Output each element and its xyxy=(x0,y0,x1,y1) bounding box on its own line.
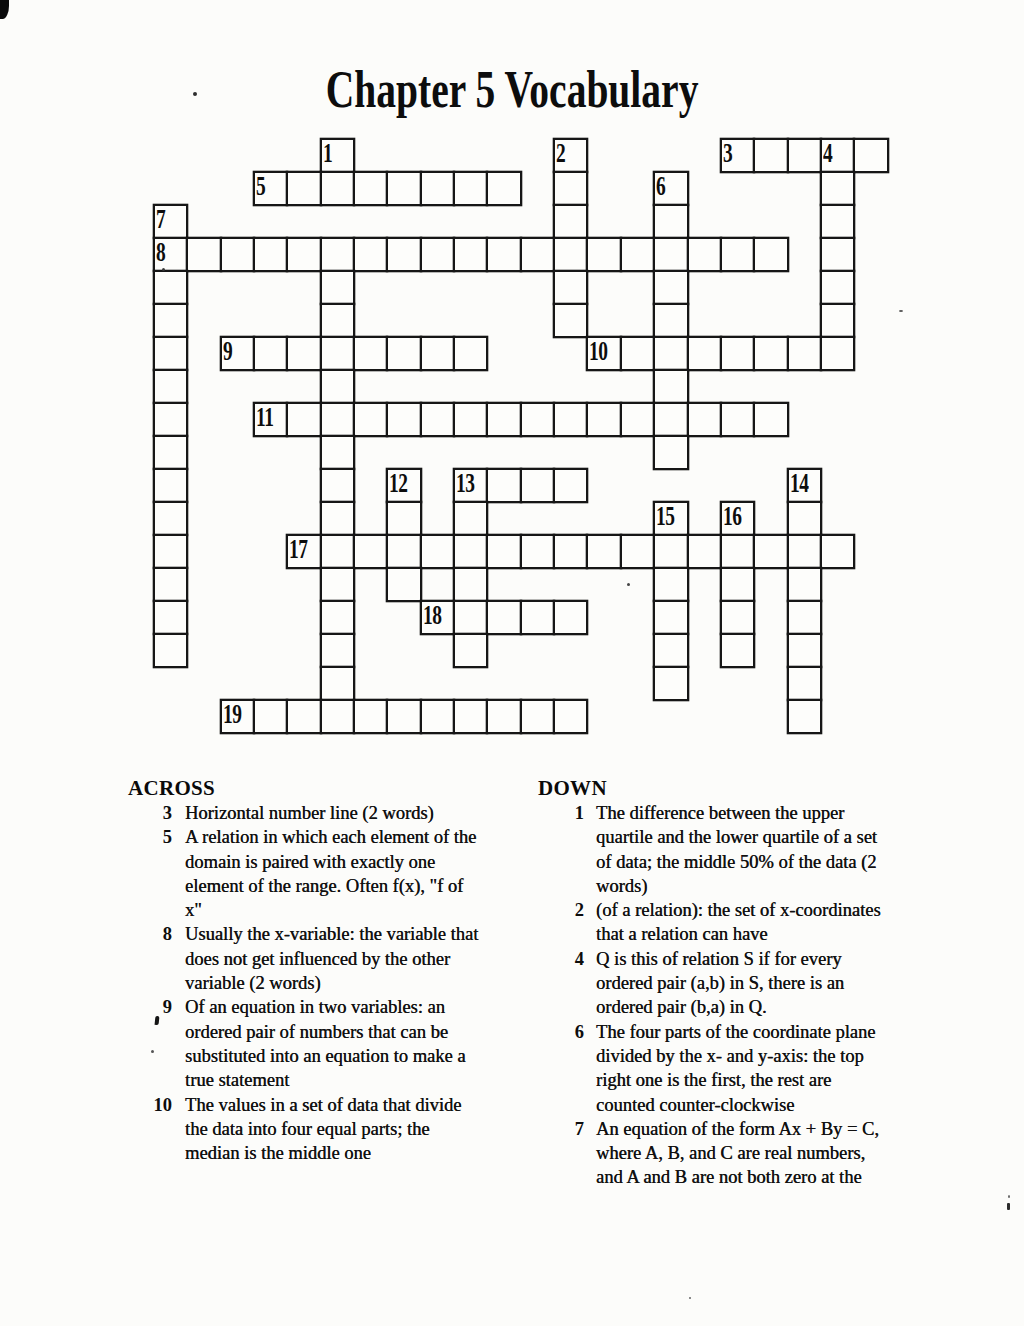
grid-cell[interactable] xyxy=(154,469,187,502)
clue-text: An equation of the form Ax + By = C, whe… xyxy=(596,1117,942,1190)
grid-cell[interactable] xyxy=(554,304,587,337)
clue-number: 3 xyxy=(128,801,185,825)
across-clues-section: ACROSS 3Horizontal number line (2 words)… xyxy=(128,776,520,1165)
grid-cell[interactable] xyxy=(421,403,454,436)
down-header: DOWN xyxy=(538,776,942,801)
grid-cell[interactable]: 10 xyxy=(587,337,620,370)
clue-number: 4 xyxy=(538,947,596,1020)
grid-cell[interactable]: 2 xyxy=(554,139,587,172)
grid-cell[interactable] xyxy=(721,403,754,436)
grid-cell[interactable] xyxy=(454,337,487,370)
grid-cell[interactable]: 19 xyxy=(221,700,254,733)
cell-number: 19 xyxy=(223,701,242,727)
grid-cell[interactable]: 4 xyxy=(821,139,854,172)
grid-cell[interactable] xyxy=(821,271,854,304)
grid-cell[interactable] xyxy=(554,238,587,271)
clue-text: Q is this of relation S if for every ord… xyxy=(596,947,942,1020)
grid-cell[interactable] xyxy=(554,469,587,502)
grid-cell[interactable] xyxy=(788,337,821,370)
cell-number: 5 xyxy=(256,173,265,199)
scan-corner-mark xyxy=(0,0,9,19)
grid-cell[interactable] xyxy=(187,238,220,271)
grid-cell[interactable] xyxy=(554,172,587,205)
grid-cell[interactable] xyxy=(387,337,420,370)
grid-cell[interactable] xyxy=(821,172,854,205)
scan-speck xyxy=(899,310,903,312)
grid-cell[interactable] xyxy=(621,535,654,568)
grid-cell[interactable] xyxy=(154,436,187,469)
grid-cell[interactable] xyxy=(554,535,587,568)
grid-cell[interactable] xyxy=(754,535,787,568)
grid-cell[interactable] xyxy=(721,238,754,271)
grid-cell[interactable] xyxy=(254,238,287,271)
grid-cell[interactable] xyxy=(154,568,187,601)
scan-speck xyxy=(193,92,197,96)
grid-cell[interactable] xyxy=(487,700,520,733)
grid-cell[interactable] xyxy=(721,337,754,370)
grid-cell[interactable] xyxy=(788,502,821,535)
cell-number: 18 xyxy=(423,602,442,628)
cell-number: 3 xyxy=(723,140,732,166)
clue-item: 1The difference between the upper quarti… xyxy=(538,801,942,898)
clue-item: 9Of an equation in two variables: an ord… xyxy=(128,995,520,1092)
grid-cell[interactable] xyxy=(721,601,754,634)
grid-cell[interactable] xyxy=(688,337,721,370)
clue-number: 8 xyxy=(128,922,185,995)
grid-cell[interactable] xyxy=(821,205,854,238)
grid-cell[interactable] xyxy=(454,172,487,205)
grid-cell[interactable] xyxy=(587,238,620,271)
grid-cell[interactable] xyxy=(354,403,387,436)
grid-cell[interactable] xyxy=(654,271,687,304)
grid-cell[interactable] xyxy=(354,337,387,370)
grid-cell[interactable] xyxy=(454,700,487,733)
clue-item: 3Horizontal number line (2 words) xyxy=(128,801,520,825)
page-title: Chapter 5 Vocabulary xyxy=(0,64,1024,116)
grid-cell[interactable] xyxy=(454,535,487,568)
grid-cell[interactable] xyxy=(421,535,454,568)
clue-number: 6 xyxy=(538,1020,596,1117)
grid-cell[interactable] xyxy=(387,403,420,436)
grid-cell[interactable] xyxy=(821,304,854,337)
clue-item: 4Q is this of relation S if for every or… xyxy=(538,947,942,1020)
cell-number: 11 xyxy=(256,404,274,430)
grid-cell[interactable]: 3 xyxy=(721,139,754,172)
grid-cell[interactable] xyxy=(154,271,187,304)
grid-cell[interactable] xyxy=(454,502,487,535)
grid-cell[interactable] xyxy=(321,502,354,535)
clue-number: 2 xyxy=(538,898,596,947)
grid-cell[interactable] xyxy=(654,634,687,667)
clue-text: The four parts of the coordinate plane d… xyxy=(596,1020,942,1117)
grid-cell[interactable] xyxy=(554,271,587,304)
grid-cell[interactable]: 5 xyxy=(254,172,287,205)
clue-text: Horizontal number line (2 words) xyxy=(185,801,520,825)
grid-cell[interactable] xyxy=(721,568,754,601)
grid-cell[interactable] xyxy=(487,535,520,568)
cell-number: 7 xyxy=(156,206,165,232)
cell-number: 4 xyxy=(823,140,832,166)
grid-cell[interactable] xyxy=(454,634,487,667)
grid-cell[interactable] xyxy=(587,535,620,568)
grid-cell[interactable] xyxy=(354,535,387,568)
grid-cell[interactable] xyxy=(154,535,187,568)
grid-cell[interactable] xyxy=(821,337,854,370)
grid-cell[interactable] xyxy=(654,238,687,271)
clue-text: Usually the x-variable: the variable tha… xyxy=(185,922,520,995)
clue-number: 9 xyxy=(128,995,185,1092)
grid-cell[interactable] xyxy=(321,370,354,403)
scan-speck xyxy=(1007,1203,1010,1210)
grid-cell[interactable]: 8 xyxy=(154,238,187,271)
grid-cell[interactable] xyxy=(321,469,354,502)
cell-number: 8 xyxy=(156,239,165,265)
grid-cell[interactable]: 16 xyxy=(721,502,754,535)
grid-cell[interactable] xyxy=(554,205,587,238)
grid-cell[interactable] xyxy=(821,238,854,271)
grid-cell[interactable]: 7 xyxy=(154,205,187,238)
clue-number: 5 xyxy=(128,825,185,922)
grid-cell[interactable] xyxy=(487,238,520,271)
clue-item: 6The four parts of the coordinate plane … xyxy=(538,1020,942,1117)
down-clue-list: 1The difference between the upper quarti… xyxy=(538,801,942,1190)
grid-cell[interactable] xyxy=(788,700,821,733)
clue-item: 2(of a relation): the set of x-coordinat… xyxy=(538,898,942,947)
grid-cell[interactable] xyxy=(721,634,754,667)
crossword-grid: 12345678910111213141516171819 xyxy=(154,139,888,733)
grid-cell[interactable] xyxy=(154,337,187,370)
grid-cell[interactable] xyxy=(154,502,187,535)
clue-text: The values in a set of data that divide … xyxy=(185,1093,520,1166)
scan-speck xyxy=(151,1050,154,1053)
clue-text: A relation in which each element of the … xyxy=(185,825,520,922)
grid-cell[interactable] xyxy=(321,271,354,304)
grid-cell[interactable] xyxy=(321,238,354,271)
grid-cell[interactable] xyxy=(654,436,687,469)
grid-cell[interactable] xyxy=(487,469,520,502)
grid-cell[interactable] xyxy=(454,601,487,634)
grid-cell[interactable] xyxy=(154,304,187,337)
grid-cell[interactable] xyxy=(321,535,354,568)
grid-cell[interactable] xyxy=(688,403,721,436)
cell-number: 1 xyxy=(323,140,332,166)
clue-number: 1 xyxy=(538,801,596,898)
grid-cell[interactable] xyxy=(688,535,721,568)
grid-cell[interactable]: 9 xyxy=(221,337,254,370)
grid-cell[interactable] xyxy=(454,568,487,601)
grid-cell[interactable] xyxy=(254,337,287,370)
grid-cell[interactable] xyxy=(387,238,420,271)
grid-cell[interactable] xyxy=(754,337,787,370)
grid-cell[interactable]: 11 xyxy=(254,403,287,436)
grid-cell[interactable] xyxy=(321,700,354,733)
worksheet-page: Chapter 5 Vocabulary 1234567891011121314… xyxy=(0,0,1024,1326)
down-clues-section: DOWN 1The difference between the upper q… xyxy=(538,776,942,1190)
page-title-text: Chapter 5 Vocabulary xyxy=(326,64,699,116)
scan-speck xyxy=(1008,1195,1010,1198)
grid-cell[interactable] xyxy=(321,172,354,205)
grid-cell[interactable]: 1 xyxy=(321,139,354,172)
grid-cell[interactable] xyxy=(287,403,320,436)
grid-cell[interactable] xyxy=(454,238,487,271)
grid-cell[interactable] xyxy=(321,337,354,370)
grid-cell[interactable] xyxy=(521,601,554,634)
grid-cell[interactable] xyxy=(654,370,687,403)
scan-speck xyxy=(689,1297,691,1299)
cell-number: 15 xyxy=(656,503,675,529)
grid-cell[interactable] xyxy=(688,238,721,271)
grid-cell[interactable] xyxy=(654,403,687,436)
grid-cell[interactable] xyxy=(521,469,554,502)
grid-cell[interactable] xyxy=(321,601,354,634)
grid-cell[interactable] xyxy=(554,403,587,436)
grid-cell[interactable] xyxy=(521,238,554,271)
cell-number: 2 xyxy=(556,140,565,166)
clue-text: Of an equation in two variables: an orde… xyxy=(185,995,520,1092)
across-clue-list: 3Horizontal number line (2 words)5A rela… xyxy=(128,801,520,1165)
grid-cell[interactable] xyxy=(321,436,354,469)
grid-cell[interactable]: 6 xyxy=(654,172,687,205)
grid-cell[interactable] xyxy=(621,403,654,436)
clue-text: (of a relation): the set of x-coordinate… xyxy=(596,898,942,947)
grid-cell[interactable] xyxy=(654,337,687,370)
clue-text: The difference between the upper quartil… xyxy=(596,801,942,898)
grid-cell[interactable] xyxy=(621,238,654,271)
grid-cell[interactable] xyxy=(154,601,187,634)
grid-cell[interactable] xyxy=(788,667,821,700)
grid-cell[interactable] xyxy=(487,403,520,436)
grid-cell[interactable] xyxy=(721,535,754,568)
grid-cell[interactable] xyxy=(554,700,587,733)
scan-speck xyxy=(162,268,165,271)
grid-cell[interactable] xyxy=(287,172,320,205)
cell-number: 16 xyxy=(723,503,742,529)
grid-cell[interactable] xyxy=(421,238,454,271)
grid-cell[interactable]: 13 xyxy=(454,469,487,502)
grid-cell[interactable] xyxy=(254,700,287,733)
grid-cell[interactable] xyxy=(387,700,420,733)
grid-cell[interactable] xyxy=(788,568,821,601)
grid-cell[interactable] xyxy=(521,535,554,568)
clue-item: 8Usually the x-variable: the variable th… xyxy=(128,922,520,995)
grid-cell[interactable] xyxy=(321,304,354,337)
grid-cell[interactable] xyxy=(788,139,821,172)
grid-cell[interactable] xyxy=(754,139,787,172)
grid-cell[interactable] xyxy=(487,601,520,634)
clue-item: 7An equation of the form Ax + By = C, wh… xyxy=(538,1117,942,1190)
grid-cell[interactable] xyxy=(654,205,687,238)
grid-cell[interactable] xyxy=(321,403,354,436)
grid-cell[interactable] xyxy=(321,568,354,601)
grid-cell[interactable]: 18 xyxy=(421,601,454,634)
grid-cell[interactable] xyxy=(321,667,354,700)
cell-number: 10 xyxy=(589,338,608,364)
grid-cell[interactable] xyxy=(621,337,654,370)
grid-cell[interactable] xyxy=(154,370,187,403)
grid-cell[interactable] xyxy=(287,337,320,370)
clue-number: 10 xyxy=(128,1093,185,1166)
grid-cell[interactable] xyxy=(521,700,554,733)
grid-cell[interactable] xyxy=(387,502,420,535)
clue-item: 10The values in a set of data that divid… xyxy=(128,1093,520,1166)
grid-cell[interactable] xyxy=(521,403,554,436)
cell-number: 13 xyxy=(456,470,475,496)
grid-cell[interactable] xyxy=(654,304,687,337)
grid-cell[interactable] xyxy=(788,535,821,568)
cell-number: 17 xyxy=(289,536,308,562)
grid-cell[interactable] xyxy=(354,700,387,733)
grid-cell[interactable] xyxy=(154,634,187,667)
grid-cell[interactable] xyxy=(754,238,787,271)
scan-speck xyxy=(627,583,630,586)
grid-cell[interactable] xyxy=(287,700,320,733)
grid-cell[interactable]: 15 xyxy=(654,502,687,535)
grid-cell[interactable] xyxy=(854,139,887,172)
grid-cell[interactable] xyxy=(421,700,454,733)
grid-cell[interactable] xyxy=(421,172,454,205)
cell-number: 9 xyxy=(223,338,232,364)
grid-cell[interactable] xyxy=(154,403,187,436)
grid-cell[interactable] xyxy=(454,403,487,436)
grid-cell[interactable] xyxy=(654,601,687,634)
grid-cell[interactable] xyxy=(387,568,420,601)
grid-cell[interactable] xyxy=(354,172,387,205)
grid-cell[interactable] xyxy=(287,238,320,271)
across-header: ACROSS xyxy=(128,776,520,801)
cell-number: 12 xyxy=(389,470,408,496)
grid-cell[interactable] xyxy=(321,634,354,667)
grid-cell[interactable] xyxy=(654,667,687,700)
grid-cell[interactable] xyxy=(221,238,254,271)
clue-number: 7 xyxy=(538,1117,596,1190)
grid-cell[interactable] xyxy=(354,238,387,271)
grid-cell[interactable]: 12 xyxy=(387,469,420,502)
grid-cell[interactable] xyxy=(788,634,821,667)
grid-cell[interactable] xyxy=(487,172,520,205)
grid-cell[interactable] xyxy=(387,172,420,205)
cell-number: 14 xyxy=(790,470,809,496)
grid-cell[interactable] xyxy=(587,403,620,436)
grid-cell[interactable] xyxy=(821,535,854,568)
grid-cell[interactable] xyxy=(654,535,687,568)
grid-cell[interactable]: 17 xyxy=(287,535,320,568)
clue-item: 5A relation in which each element of the… xyxy=(128,825,520,922)
grid-cell[interactable] xyxy=(421,337,454,370)
grid-cell[interactable] xyxy=(554,601,587,634)
grid-cell[interactable] xyxy=(788,601,821,634)
grid-cell[interactable]: 14 xyxy=(788,469,821,502)
grid-cell[interactable] xyxy=(387,535,420,568)
grid-cell[interactable] xyxy=(754,403,787,436)
cell-number: 6 xyxy=(656,173,665,199)
grid-cell[interactable] xyxy=(654,568,687,601)
